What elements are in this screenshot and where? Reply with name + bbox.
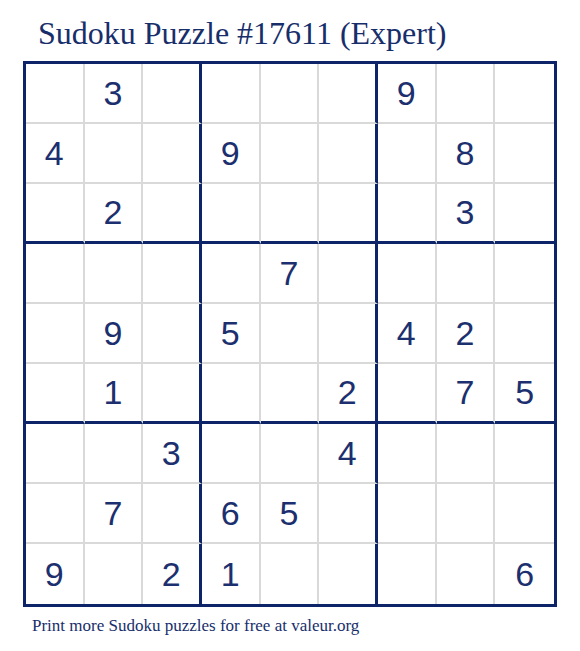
cell-r5c5 — [261, 304, 320, 364]
cell-r1c5 — [261, 64, 320, 124]
cell-r5c1 — [26, 304, 85, 364]
cell-r8c2: 7 — [85, 484, 144, 544]
cell-r6c4 — [202, 364, 261, 424]
cell-r2c4: 9 — [202, 124, 261, 184]
cell-r3c5 — [261, 184, 320, 244]
cell-r8c8 — [437, 484, 496, 544]
cell-r6c6: 2 — [319, 364, 378, 424]
cell-r6c1 — [26, 364, 85, 424]
cell-r7c3: 3 — [143, 424, 202, 484]
cell-r3c6 — [319, 184, 378, 244]
cell-r2c2 — [85, 124, 144, 184]
cell-r3c1 — [26, 184, 85, 244]
cell-r8c3 — [143, 484, 202, 544]
cell-r8c6 — [319, 484, 378, 544]
cell-r7c8 — [437, 424, 496, 484]
cell-r5c9 — [495, 304, 554, 364]
cell-r4c4 — [202, 244, 261, 304]
cell-r2c1: 4 — [26, 124, 85, 184]
cell-r4c8 — [437, 244, 496, 304]
cell-r4c7 — [378, 244, 437, 304]
cell-r1c4 — [202, 64, 261, 124]
cell-r4c5: 7 — [261, 244, 320, 304]
cell-r4c3 — [143, 244, 202, 304]
cell-r3c7 — [378, 184, 437, 244]
cell-r3c9 — [495, 184, 554, 244]
cell-r6c7 — [378, 364, 437, 424]
cell-r5c7: 4 — [378, 304, 437, 364]
cell-r1c6 — [319, 64, 378, 124]
cell-r6c5 — [261, 364, 320, 424]
cell-r2c7 — [378, 124, 437, 184]
cell-r7c7 — [378, 424, 437, 484]
cell-r3c4 — [202, 184, 261, 244]
cell-r2c9 — [495, 124, 554, 184]
cell-r7c6: 4 — [319, 424, 378, 484]
page-title: Sudoku Puzzle #17611 (Expert) — [38, 14, 447, 52]
cell-r1c8 — [437, 64, 496, 124]
cell-r7c2 — [85, 424, 144, 484]
cell-r5c4: 5 — [202, 304, 261, 364]
cell-r9c1: 9 — [26, 544, 85, 604]
cell-r9c5 — [261, 544, 320, 604]
cell-r1c1 — [26, 64, 85, 124]
cell-r6c2: 1 — [85, 364, 144, 424]
cell-r2c3 — [143, 124, 202, 184]
cell-r7c1 — [26, 424, 85, 484]
cell-r8c7 — [378, 484, 437, 544]
cell-r9c8 — [437, 544, 496, 604]
cell-r1c2: 3 — [85, 64, 144, 124]
cell-r4c6 — [319, 244, 378, 304]
sudoku-board: 3949823795421275347659216 — [23, 61, 557, 607]
cell-r6c9: 5 — [495, 364, 554, 424]
cell-r7c9 — [495, 424, 554, 484]
cell-r9c9: 6 — [495, 544, 554, 604]
cell-r6c3 — [143, 364, 202, 424]
cell-r9c7 — [378, 544, 437, 604]
cell-r1c7: 9 — [378, 64, 437, 124]
cell-r4c2 — [85, 244, 144, 304]
cell-r3c3 — [143, 184, 202, 244]
cell-r7c4 — [202, 424, 261, 484]
cell-r4c1 — [26, 244, 85, 304]
cell-r8c9 — [495, 484, 554, 544]
cell-r9c6 — [319, 544, 378, 604]
cell-r8c4: 6 — [202, 484, 261, 544]
cell-r6c8: 7 — [437, 364, 496, 424]
cell-r1c9 — [495, 64, 554, 124]
cell-r8c1 — [26, 484, 85, 544]
cell-r3c8: 3 — [437, 184, 496, 244]
cell-r5c3 — [143, 304, 202, 364]
cell-r9c3: 2 — [143, 544, 202, 604]
cell-r3c2: 2 — [85, 184, 144, 244]
cell-r2c5 — [261, 124, 320, 184]
cell-r5c6 — [319, 304, 378, 364]
cell-r5c8: 2 — [437, 304, 496, 364]
footer-text: Print more Sudoku puzzles for free at va… — [32, 616, 359, 636]
cell-r9c4: 1 — [202, 544, 261, 604]
cell-r7c5 — [261, 424, 320, 484]
cell-r5c2: 9 — [85, 304, 144, 364]
cell-r2c6 — [319, 124, 378, 184]
cell-r9c2 — [85, 544, 144, 604]
cell-r8c5: 5 — [261, 484, 320, 544]
cell-r1c3 — [143, 64, 202, 124]
cell-r2c8: 8 — [437, 124, 496, 184]
cell-r4c9 — [495, 244, 554, 304]
